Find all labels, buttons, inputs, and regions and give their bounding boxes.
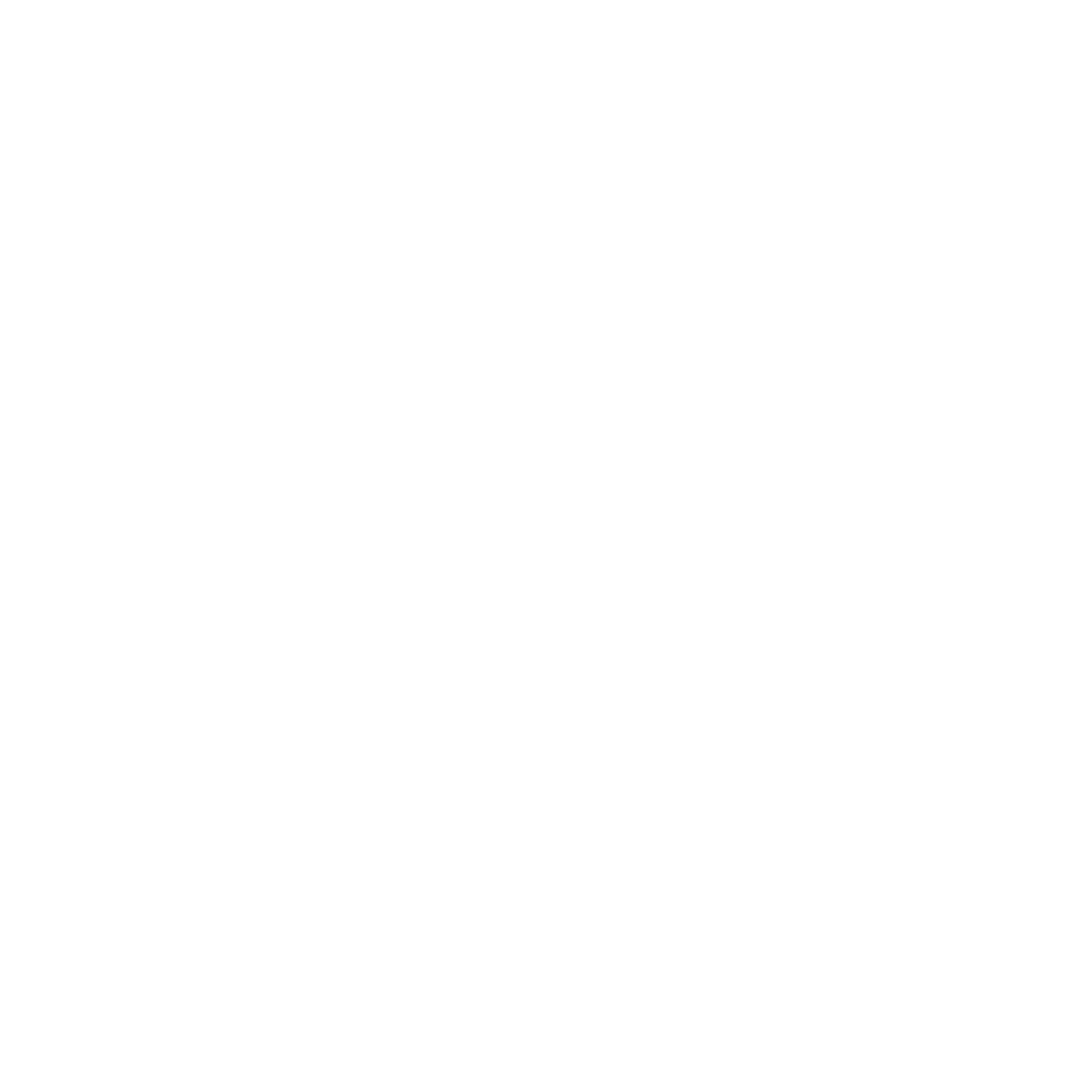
board-and-box-graphic xyxy=(0,0,1080,1080)
product-photo-scene xyxy=(0,0,1080,1080)
